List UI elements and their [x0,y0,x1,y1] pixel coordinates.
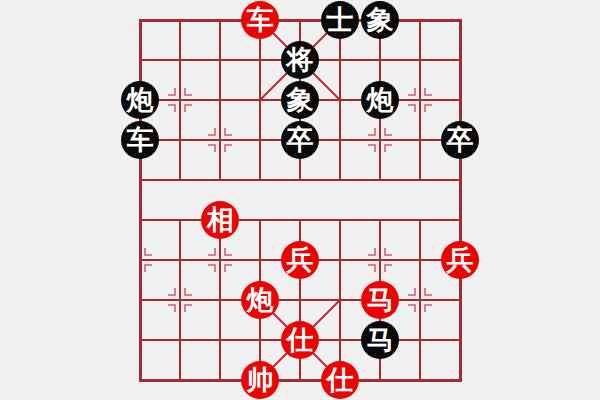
point-f3-r2[interactable] [240,80,280,120]
point-f2-r3[interactable] [200,120,240,160]
piece-black-horse[interactable]: 马 [361,321,399,359]
point-f1-r5[interactable] [160,200,200,240]
point-f8-r0[interactable] [440,0,480,40]
point-f8-r3[interactable]: 卒 [440,120,480,160]
piece-red-advisor[interactable]: 仕 [281,321,319,359]
point-f8-r4[interactable] [440,160,480,200]
piece-red-elephant[interactable]: 相 [201,201,239,239]
piece-red-soldier[interactable]: 兵 [281,241,319,279]
point-f5-r3[interactable] [320,120,360,160]
piece-black-advisor[interactable]: 士 [321,1,359,39]
point-f8-r8[interactable] [440,320,480,360]
piece-black-soldier[interactable]: 卒 [281,121,319,159]
point-f0-r2[interactable]: 炮 [120,80,160,120]
point-f3-r0[interactable]: 车 [240,0,280,40]
point-f3-r4[interactable] [240,160,280,200]
point-f0-r4[interactable] [120,160,160,200]
point-f7-r1[interactable] [400,40,440,80]
piece-black-soldier[interactable]: 卒 [441,121,479,159]
piece-black-chariot[interactable]: 车 [121,121,159,159]
point-f3-r3[interactable] [240,120,280,160]
point-f7-r7[interactable] [400,280,440,320]
point-f4-r4[interactable] [280,160,320,200]
point-f6-r1[interactable] [360,40,400,80]
point-f6-r9[interactable] [360,360,400,400]
point-f2-r5[interactable]: 相 [200,200,240,240]
point-f5-r7[interactable] [320,280,360,320]
point-f6-r2[interactable]: 炮 [360,80,400,120]
point-f2-r9[interactable] [200,360,240,400]
point-f6-r6[interactable] [360,240,400,280]
point-f8-r1[interactable] [440,40,480,80]
point-f8-r2[interactable] [440,80,480,120]
point-f4-r6[interactable]: 兵 [280,240,320,280]
point-f1-r0[interactable] [160,0,200,40]
point-f1-r9[interactable] [160,360,200,400]
xiangqi-board[interactable]: 车士象将炮象炮车卒卒相兵兵炮马仕马帅仕 [120,0,480,400]
point-f1-r7[interactable] [160,280,200,320]
piece-black-elephant[interactable]: 象 [361,1,399,39]
point-f4-r2[interactable]: 象 [280,80,320,120]
piece-red-advisor[interactable]: 仕 [321,361,359,399]
point-f4-r0[interactable] [280,0,320,40]
point-f6-r5[interactable] [360,200,400,240]
point-f1-r6[interactable] [160,240,200,280]
point-f8-r7[interactable] [440,280,480,320]
point-f7-r2[interactable] [400,80,440,120]
point-f5-r6[interactable] [320,240,360,280]
point-f7-r0[interactable] [400,0,440,40]
point-f4-r3[interactable]: 卒 [280,120,320,160]
point-f3-r5[interactable] [240,200,280,240]
point-f6-r0[interactable]: 象 [360,0,400,40]
point-f7-r9[interactable] [400,360,440,400]
point-f5-r4[interactable] [320,160,360,200]
point-f6-r4[interactable] [360,160,400,200]
point-f2-r0[interactable] [200,0,240,40]
point-f6-r7[interactable]: 马 [360,280,400,320]
point-f2-r4[interactable] [200,160,240,200]
point-f2-r6[interactable] [200,240,240,280]
point-f5-r1[interactable] [320,40,360,80]
xiangqi-app: 车士象将炮象炮车卒卒相兵兵炮马仕马帅仕 [0,0,600,400]
point-f0-r7[interactable] [120,280,160,320]
point-f0-r9[interactable] [120,360,160,400]
point-f4-r7[interactable] [280,280,320,320]
point-f3-r6[interactable] [240,240,280,280]
point-f7-r3[interactable] [400,120,440,160]
point-f1-r8[interactable] [160,320,200,360]
point-f4-r1[interactable]: 将 [280,40,320,80]
piece-black-cannon[interactable]: 炮 [361,81,399,119]
point-f3-r7[interactable]: 炮 [240,280,280,320]
point-f0-r6[interactable] [120,240,160,280]
point-f5-r2[interactable] [320,80,360,120]
piece-red-horse[interactable]: 马 [361,281,399,319]
point-f8-r9[interactable] [440,360,480,400]
point-f4-r8[interactable]: 仕 [280,320,320,360]
point-f3-r8[interactable] [240,320,280,360]
point-f6-r3[interactable] [360,120,400,160]
point-f1-r2[interactable] [160,80,200,120]
point-f3-r1[interactable] [240,40,280,80]
point-f2-r7[interactable] [200,280,240,320]
point-f6-r8[interactable]: 马 [360,320,400,360]
point-f5-r5[interactable] [320,200,360,240]
point-f2-r1[interactable] [200,40,240,80]
point-f7-r5[interactable] [400,200,440,240]
point-f7-r6[interactable] [400,240,440,280]
piece-black-elephant[interactable]: 象 [281,81,319,119]
point-f5-r0[interactable]: 士 [320,0,360,40]
piece-black-general[interactable]: 将 [281,41,319,79]
point-f0-r3[interactable]: 车 [120,120,160,160]
point-f1-r1[interactable] [160,40,200,80]
point-f1-r4[interactable] [160,160,200,200]
point-f0-r8[interactable] [120,320,160,360]
point-f5-r9[interactable]: 仕 [320,360,360,400]
point-f0-r5[interactable] [120,200,160,240]
point-f1-r3[interactable] [160,120,200,160]
piece-red-chariot[interactable]: 车 [241,1,279,39]
point-f0-r0[interactable] [120,0,160,40]
point-f8-r5[interactable] [440,200,480,240]
point-f3-r9[interactable]: 帅 [240,360,280,400]
point-f7-r4[interactable] [400,160,440,200]
point-f0-r1[interactable] [120,40,160,80]
piece-red-general[interactable]: 帅 [241,361,279,399]
piece-black-cannon[interactable]: 炮 [121,81,159,119]
point-f5-r8[interactable] [320,320,360,360]
point-f2-r2[interactable] [200,80,240,120]
piece-red-soldier[interactable]: 兵 [441,241,479,279]
point-f4-r9[interactable] [280,360,320,400]
point-f7-r8[interactable] [400,320,440,360]
point-f2-r8[interactable] [200,320,240,360]
point-f4-r5[interactable] [280,200,320,240]
piece-red-cannon[interactable]: 炮 [241,281,279,319]
point-f8-r6[interactable]: 兵 [440,240,480,280]
